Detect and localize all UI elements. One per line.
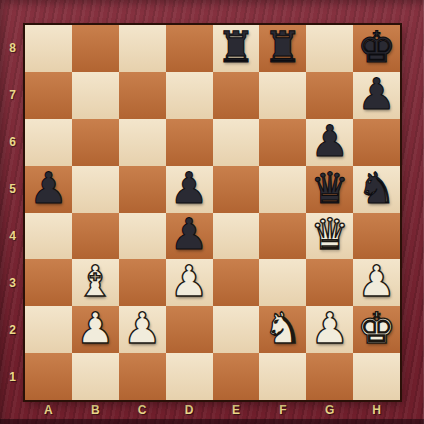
square-g3[interactable] (306, 259, 353, 306)
square-e2[interactable] (213, 306, 260, 353)
black-knight-h5[interactable]: ♞ (357, 167, 396, 210)
square-g6[interactable]: ♟ (306, 119, 353, 166)
square-c4[interactable] (119, 213, 166, 260)
black-pawn-a5[interactable]: ♟ (29, 167, 68, 210)
square-f1[interactable] (259, 353, 306, 400)
square-a7[interactable] (25, 72, 72, 119)
white-king-h2[interactable]: ♚ (357, 307, 396, 350)
square-f4[interactable] (259, 213, 306, 260)
square-b8[interactable] (72, 25, 119, 72)
square-e5[interactable] (213, 166, 260, 213)
white-queen-g4[interactable]: ♛ (310, 213, 349, 256)
rank-label-1: 1 (0, 353, 25, 400)
square-e1[interactable] (213, 353, 260, 400)
file-label-b: B (72, 400, 119, 419)
chess-board[interactable]: ♜♜♚♟♟♟♟♛♞♟♛♝♟♟♟♟♞♟♚ (25, 25, 400, 400)
white-pawn-h3[interactable]: ♟ (357, 260, 396, 303)
square-b4[interactable] (72, 213, 119, 260)
file-label-f: F (259, 400, 306, 419)
rank-label-4: 4 (0, 213, 25, 260)
rank-label-3: 3 (0, 259, 25, 306)
square-f7[interactable] (259, 72, 306, 119)
square-g2[interactable]: ♟ (306, 306, 353, 353)
square-e4[interactable] (213, 213, 260, 260)
file-label-g: G (306, 400, 353, 419)
white-knight-f2[interactable]: ♞ (264, 307, 303, 350)
black-king-h8[interactable]: ♚ (357, 26, 396, 69)
square-d3[interactable]: ♟ (166, 259, 213, 306)
rank-label-7: 7 (0, 72, 25, 119)
chess-board-frame: 87654321 ABCDEFGH ♜♜♚♟♟♟♟♛♞♟♛♝♟♟♟♟♞♟♚ (0, 0, 424, 424)
square-b1[interactable] (72, 353, 119, 400)
square-h2[interactable]: ♚ (353, 306, 400, 353)
rank-label-5: 5 (0, 166, 25, 213)
square-b3[interactable]: ♝ (72, 259, 119, 306)
square-c8[interactable] (119, 25, 166, 72)
square-a6[interactable] (25, 119, 72, 166)
square-e6[interactable] (213, 119, 260, 166)
square-b6[interactable] (72, 119, 119, 166)
square-h4[interactable] (353, 213, 400, 260)
black-rook-f8[interactable]: ♜ (264, 26, 303, 69)
square-a2[interactable] (25, 306, 72, 353)
square-f3[interactable] (259, 259, 306, 306)
square-d5[interactable]: ♟ (166, 166, 213, 213)
square-f2[interactable]: ♞ (259, 306, 306, 353)
square-f8[interactable]: ♜ (259, 25, 306, 72)
square-g1[interactable] (306, 353, 353, 400)
square-c6[interactable] (119, 119, 166, 166)
square-g4[interactable]: ♛ (306, 213, 353, 260)
square-a1[interactable] (25, 353, 72, 400)
file-label-a: A (25, 400, 72, 419)
square-c2[interactable]: ♟ (119, 306, 166, 353)
rank-label-2: 2 (0, 306, 25, 353)
square-e3[interactable] (213, 259, 260, 306)
black-rook-e8[interactable]: ♜ (217, 26, 256, 69)
square-c7[interactable] (119, 72, 166, 119)
file-label-c: C (119, 400, 166, 419)
black-pawn-d4[interactable]: ♟ (170, 213, 209, 256)
square-e7[interactable] (213, 72, 260, 119)
square-a3[interactable] (25, 259, 72, 306)
square-c3[interactable] (119, 259, 166, 306)
white-pawn-g2[interactable]: ♟ (310, 307, 349, 350)
black-pawn-h7[interactable]: ♟ (357, 73, 396, 116)
square-h1[interactable] (353, 353, 400, 400)
square-h6[interactable] (353, 119, 400, 166)
square-d2[interactable] (166, 306, 213, 353)
square-h5[interactable]: ♞ (353, 166, 400, 213)
square-h3[interactable]: ♟ (353, 259, 400, 306)
white-bishop-b3[interactable]: ♝ (76, 260, 115, 303)
square-d4[interactable]: ♟ (166, 213, 213, 260)
square-c1[interactable] (119, 353, 166, 400)
square-b2[interactable]: ♟ (72, 306, 119, 353)
file-label-d: D (166, 400, 213, 419)
square-e8[interactable]: ♜ (213, 25, 260, 72)
file-labels: ABCDEFGH (25, 400, 400, 419)
square-g8[interactable] (306, 25, 353, 72)
white-pawn-d3[interactable]: ♟ (170, 260, 209, 303)
white-pawn-c2[interactable]: ♟ (123, 307, 162, 350)
square-c5[interactable] (119, 166, 166, 213)
square-g5[interactable]: ♛ (306, 166, 353, 213)
square-b7[interactable] (72, 72, 119, 119)
rank-label-6: 6 (0, 119, 25, 166)
square-h7[interactable]: ♟ (353, 72, 400, 119)
square-a4[interactable] (25, 213, 72, 260)
square-f6[interactable] (259, 119, 306, 166)
square-g7[interactable] (306, 72, 353, 119)
black-pawn-g6[interactable]: ♟ (310, 120, 349, 163)
rank-label-8: 8 (0, 25, 25, 72)
square-d8[interactable] (166, 25, 213, 72)
square-d6[interactable] (166, 119, 213, 166)
square-a8[interactable] (25, 25, 72, 72)
rank-labels: 87654321 (0, 25, 25, 400)
black-queen-g5[interactable]: ♛ (310, 167, 349, 210)
square-f5[interactable] (259, 166, 306, 213)
square-h8[interactable]: ♚ (353, 25, 400, 72)
square-d1[interactable] (166, 353, 213, 400)
square-d7[interactable] (166, 72, 213, 119)
white-pawn-b2[interactable]: ♟ (76, 307, 115, 350)
file-label-h: H (353, 400, 400, 419)
square-b5[interactable] (72, 166, 119, 213)
black-pawn-d5[interactable]: ♟ (170, 167, 209, 210)
file-label-e: E (213, 400, 260, 419)
square-a5[interactable]: ♟ (25, 166, 72, 213)
